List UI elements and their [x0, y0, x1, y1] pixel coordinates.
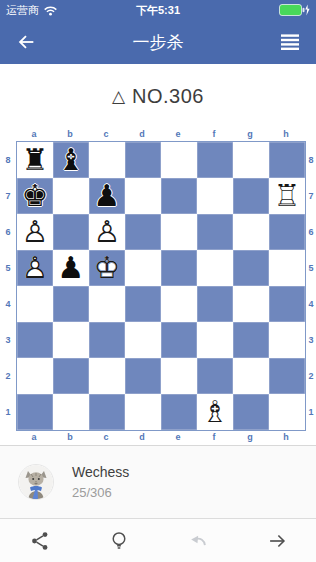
file-label-h-top: h: [268, 128, 304, 141]
share-button[interactable]: [0, 519, 79, 562]
piece-white-bishop[interactable]: ♝♗: [197, 394, 233, 430]
square-b1[interactable]: [53, 394, 89, 430]
file-label-e-top: e: [160, 128, 196, 141]
square-a5[interactable]: ♟♙: [17, 250, 53, 286]
nav-bar: 一步杀: [0, 20, 316, 64]
square-a3[interactable]: [17, 322, 53, 358]
file-label-e-bottom: e: [160, 431, 196, 444]
file-label-f-top: f: [196, 128, 232, 141]
rank-label-3-right: 3: [306, 322, 316, 358]
white-to-move-indicator: △: [112, 88, 125, 105]
status-left: 运营商: [6, 3, 58, 18]
rank-label-3-left: 3: [0, 322, 16, 358]
square-c1[interactable]: [89, 394, 125, 430]
file-label-a-bottom: a: [16, 431, 52, 444]
file-label-b-top: b: [52, 128, 88, 141]
square-g8[interactable]: [233, 142, 269, 178]
square-c4[interactable]: [89, 286, 125, 322]
square-d3[interactable]: [125, 322, 161, 358]
square-h6[interactable]: [269, 214, 305, 250]
rank-labels-right: 87654321: [306, 141, 316, 431]
rank-label-4-left: 4: [0, 286, 16, 322]
square-e5[interactable]: [161, 250, 197, 286]
piece-black-pawn[interactable]: ♟: [89, 178, 125, 214]
square-d6[interactable]: [125, 214, 161, 250]
board-block: abcdefgh 87654321 ♜♝♚♟♜♖♟♙♟♙♟♙♟♚♔♝♗ 8765…: [0, 128, 316, 445]
square-e1[interactable]: [161, 394, 197, 430]
bottom-toolbar: [0, 518, 316, 562]
rank-label-2-left: 2: [0, 358, 16, 394]
square-d2[interactable]: [125, 358, 161, 394]
square-c5[interactable]: ♚♔: [89, 250, 125, 286]
rank-label-5-right: 5: [306, 250, 316, 286]
square-e8[interactable]: [161, 142, 197, 178]
square-b7[interactable]: [53, 178, 89, 214]
user-meta: Wechess 25/306: [72, 464, 129, 500]
forward-button[interactable]: [237, 519, 316, 562]
square-f6[interactable]: [197, 214, 233, 250]
menu-button[interactable]: [276, 28, 304, 56]
chess-board: ♜♝♚♟♜♖♟♙♟♙♟♙♟♚♔♝♗: [16, 141, 306, 431]
square-b4[interactable]: [53, 286, 89, 322]
hint-lightbulb-icon: [108, 530, 130, 552]
square-a2[interactable]: [17, 358, 53, 394]
rank-label-1-right: 1: [306, 394, 316, 430]
file-label-a-top: a: [16, 128, 52, 141]
kitten-avatar-image: [19, 465, 53, 499]
piece-white-rook[interactable]: ♜♖: [269, 178, 305, 214]
rank-label-8-right: 8: [306, 142, 316, 178]
battery-charging-icon: [279, 4, 310, 16]
square-f1[interactable]: ♝♗: [197, 394, 233, 430]
piece-white-pawn[interactable]: ♟♙: [17, 214, 53, 250]
square-e4[interactable]: [161, 286, 197, 322]
share-icon: [29, 530, 51, 552]
square-b6[interactable]: [53, 214, 89, 250]
square-h4[interactable]: [269, 286, 305, 322]
puzzle-number: NO.306: [132, 85, 204, 108]
square-a7[interactable]: ♚: [17, 178, 53, 214]
file-label-g-top: g: [232, 128, 268, 141]
square-a4[interactable]: [17, 286, 53, 322]
square-a6[interactable]: ♟♙: [17, 214, 53, 250]
puzzle-title: △ NO.306: [0, 64, 316, 128]
file-label-h-bottom: h: [268, 431, 304, 444]
square-d5[interactable]: [125, 250, 161, 286]
square-d4[interactable]: [125, 286, 161, 322]
rank-label-6-right: 6: [306, 214, 316, 250]
rank-label-6-left: 6: [0, 214, 16, 250]
undo-button[interactable]: [158, 519, 237, 562]
status-right: [279, 4, 310, 16]
square-d8[interactable]: [125, 142, 161, 178]
square-c2[interactable]: [89, 358, 125, 394]
square-h3[interactable]: [269, 322, 305, 358]
rank-label-1-left: 1: [0, 394, 16, 430]
square-c8[interactable]: [89, 142, 125, 178]
forward-arrow-icon: [266, 530, 288, 552]
file-label-f-bottom: f: [196, 431, 232, 444]
undo-arrow-icon: [187, 530, 209, 552]
square-g7[interactable]: [233, 178, 269, 214]
wifi-icon: [43, 5, 58, 16]
square-b3[interactable]: [53, 322, 89, 358]
piece-white-pawn[interactable]: ♟♙: [89, 214, 125, 250]
rank-label-8-left: 8: [0, 142, 16, 178]
rank-label-5-left: 5: [0, 250, 16, 286]
square-e7[interactable]: [161, 178, 197, 214]
square-a1[interactable]: [17, 394, 53, 430]
file-label-c-top: c: [88, 128, 124, 141]
square-a8[interactable]: ♜: [17, 142, 53, 178]
square-f5[interactable]: [197, 250, 233, 286]
square-d1[interactable]: [125, 394, 161, 430]
square-g4[interactable]: [233, 286, 269, 322]
square-h5[interactable]: [269, 250, 305, 286]
square-c3[interactable]: [89, 322, 125, 358]
status-bar: 运营商 下午5:31: [0, 0, 316, 20]
square-g2[interactable]: [233, 358, 269, 394]
square-c7[interactable]: ♟: [89, 178, 125, 214]
square-h2[interactable]: [269, 358, 305, 394]
carrier-label: 运营商: [6, 3, 39, 18]
square-f3[interactable]: [197, 322, 233, 358]
rank-label-4-right: 4: [306, 286, 316, 322]
rank-label-7-right: 7: [306, 178, 316, 214]
user-name: Wechess: [72, 464, 129, 480]
square-b5[interactable]: ♟: [53, 250, 89, 286]
file-labels-top: abcdefgh: [0, 128, 316, 141]
square-d7[interactable]: [125, 178, 161, 214]
square-g6[interactable]: [233, 214, 269, 250]
square-c6[interactable]: ♟♙: [89, 214, 125, 250]
hint-button[interactable]: [79, 519, 158, 562]
square-b2[interactable]: [53, 358, 89, 394]
file-label-d-bottom: d: [124, 431, 160, 444]
piece-white-pawn[interactable]: ♟♙: [17, 250, 53, 286]
file-label-g-bottom: g: [232, 431, 268, 444]
file-label-c-bottom: c: [88, 431, 124, 444]
square-e3[interactable]: [161, 322, 197, 358]
square-f2[interactable]: [197, 358, 233, 394]
square-e2[interactable]: [161, 358, 197, 394]
app-screen: 运营商 下午5:31 一步杀: [0, 0, 316, 562]
arrow-left-icon: [15, 31, 37, 53]
square-f4[interactable]: [197, 286, 233, 322]
square-g5[interactable]: [233, 250, 269, 286]
rank-labels-left: 87654321: [0, 141, 16, 431]
puzzle-progress: 25/306: [72, 485, 129, 500]
square-b8[interactable]: ♝: [53, 142, 89, 178]
back-button[interactable]: [12, 28, 40, 56]
avatar[interactable]: [18, 464, 54, 500]
square-g1[interactable]: [233, 394, 269, 430]
square-f7[interactable]: [197, 178, 233, 214]
page-title: 一步杀: [0, 31, 316, 54]
square-h1[interactable]: [269, 394, 305, 430]
file-label-d-top: d: [124, 128, 160, 141]
piece-black-rook[interactable]: ♜: [17, 142, 53, 178]
square-f8[interactable]: [197, 142, 233, 178]
piece-black-bishop[interactable]: ♝: [53, 142, 89, 178]
piece-white-king[interactable]: ♚♔: [89, 250, 125, 286]
file-labels-bottom: abcdefgh: [0, 431, 316, 445]
hamburger-menu-icon: [281, 33, 299, 51]
rank-label-7-left: 7: [0, 178, 16, 214]
file-label-b-bottom: b: [52, 431, 88, 444]
square-g3[interactable]: [233, 322, 269, 358]
piece-black-pawn[interactable]: ♟: [53, 250, 89, 286]
square-e6[interactable]: [161, 214, 197, 250]
square-h8[interactable]: [269, 142, 305, 178]
square-h7[interactable]: ♜♖: [269, 178, 305, 214]
user-row: Wechess 25/306: [0, 446, 316, 518]
piece-black-king[interactable]: ♚: [17, 178, 53, 214]
rank-label-2-right: 2: [306, 358, 316, 394]
